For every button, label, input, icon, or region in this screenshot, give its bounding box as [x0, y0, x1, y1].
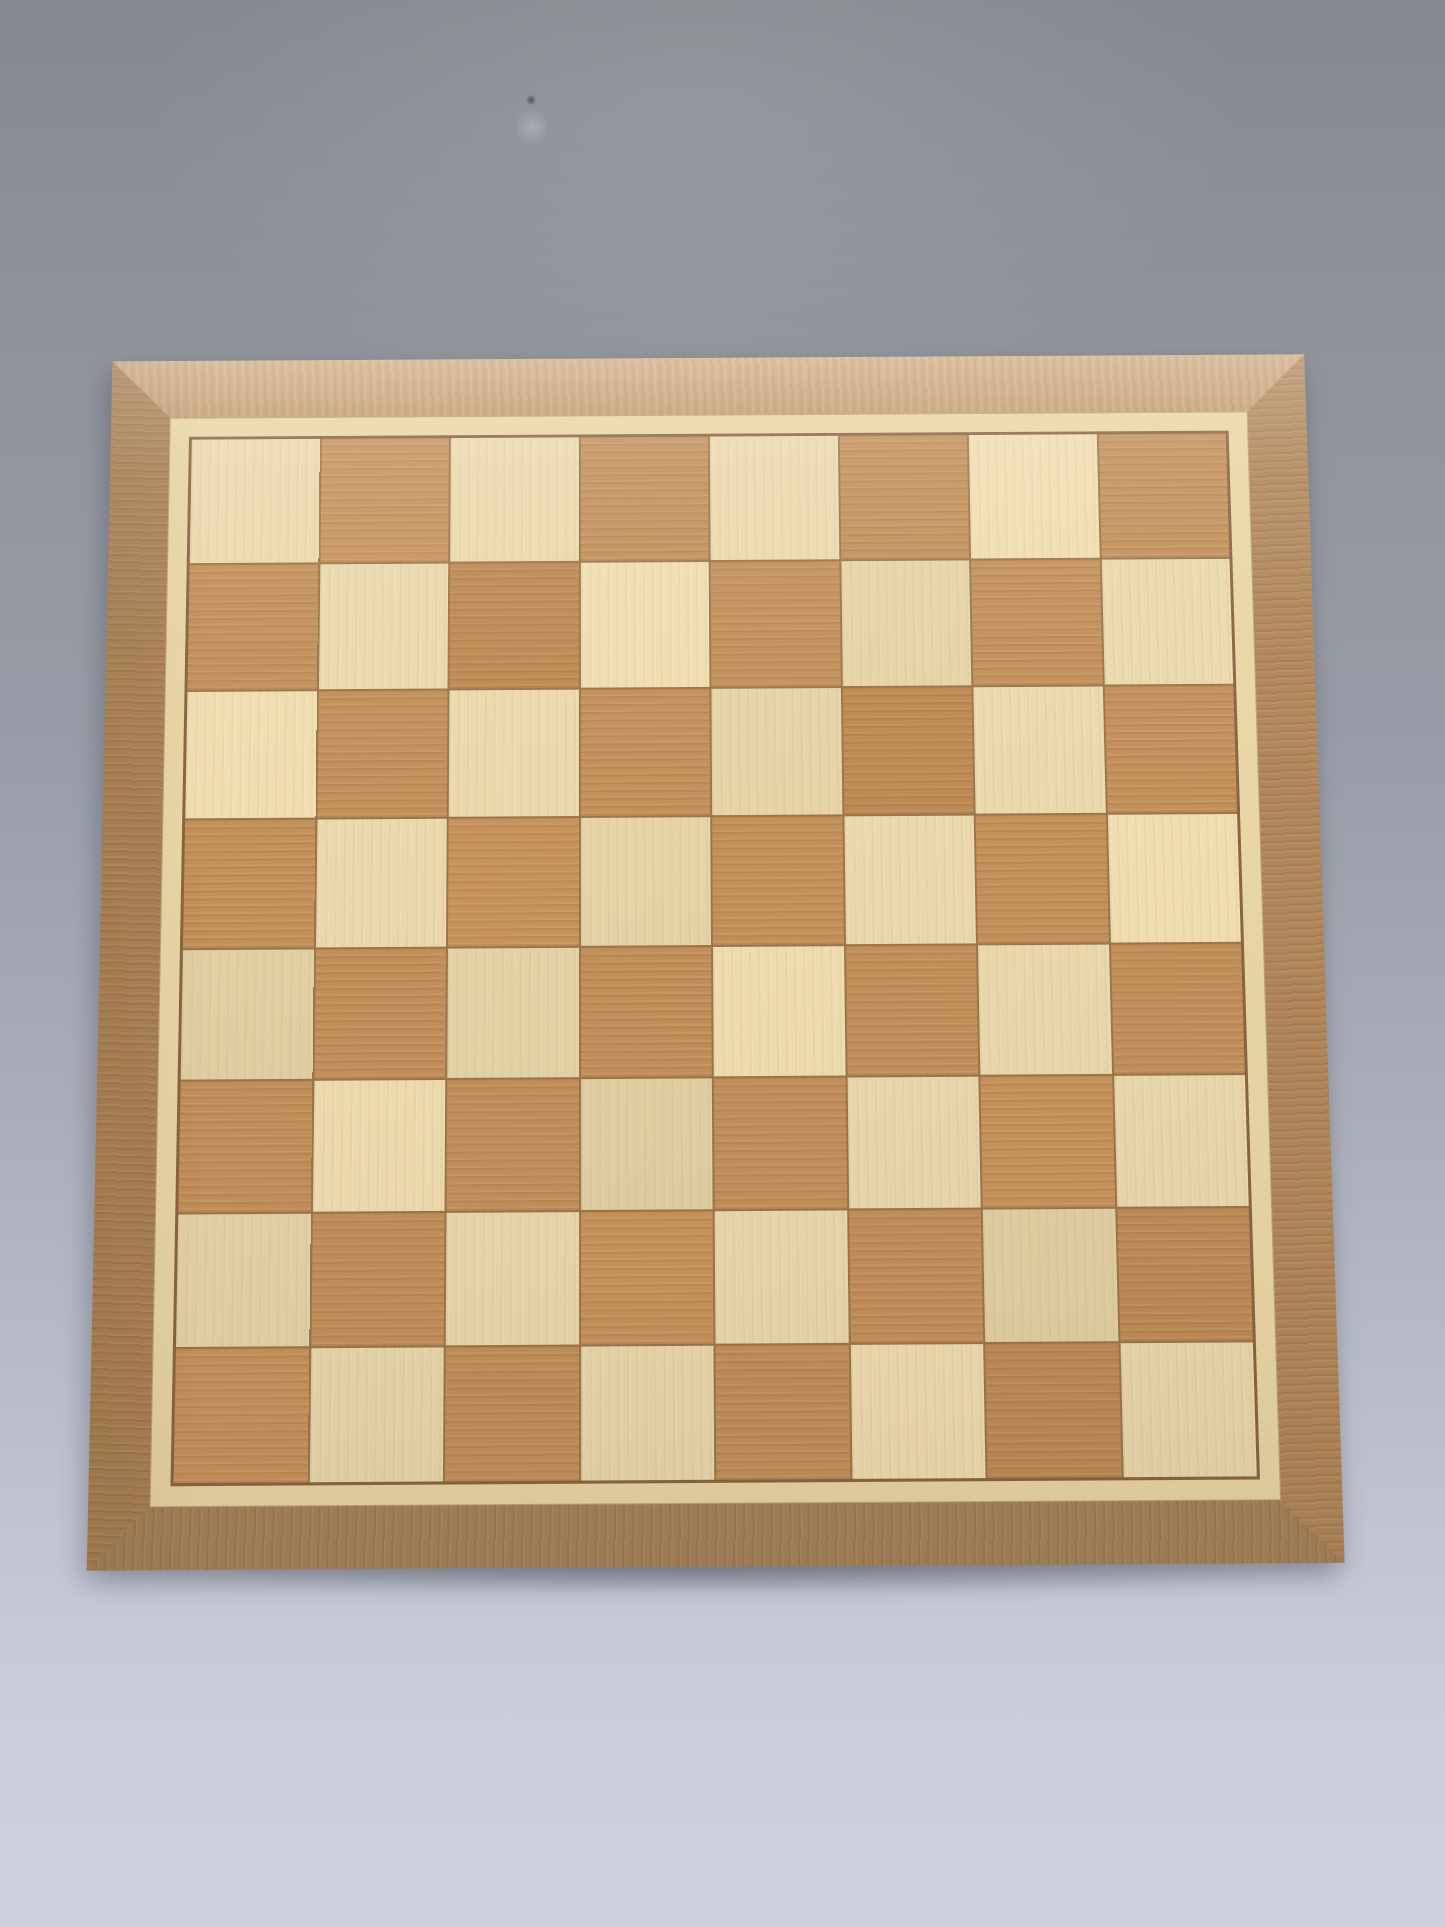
- square-a2[interactable]: [176, 1214, 310, 1347]
- square-d1[interactable]: [581, 1346, 715, 1481]
- square-g3[interactable]: [980, 1076, 1114, 1208]
- square-g6[interactable]: [973, 686, 1105, 813]
- square-f4[interactable]: [846, 945, 979, 1075]
- square-b2[interactable]: [311, 1213, 445, 1346]
- square-d5[interactable]: [580, 817, 711, 946]
- square-e3[interactable]: [714, 1078, 847, 1210]
- square-e1[interactable]: [715, 1345, 849, 1480]
- square-f3[interactable]: [847, 1077, 981, 1209]
- square-e4[interactable]: [713, 946, 845, 1076]
- square-a4[interactable]: [181, 949, 314, 1079]
- square-b3[interactable]: [312, 1080, 445, 1212]
- square-h4[interactable]: [1110, 944, 1244, 1074]
- square-f1[interactable]: [850, 1344, 985, 1479]
- square-d3[interactable]: [581, 1078, 713, 1210]
- square-e5[interactable]: [712, 816, 843, 945]
- square-g4[interactable]: [978, 945, 1112, 1075]
- wall-blemish: [526, 94, 536, 106]
- square-e2[interactable]: [715, 1210, 849, 1343]
- square-a5[interactable]: [183, 820, 315, 949]
- square-h8[interactable]: [1098, 433, 1229, 557]
- chess-board: [87, 354, 1345, 1570]
- square-c4[interactable]: [447, 948, 578, 1078]
- square-c5[interactable]: [448, 818, 579, 947]
- square-g1[interactable]: [985, 1343, 1121, 1478]
- square-g2[interactable]: [983, 1209, 1118, 1342]
- square-g8[interactable]: [969, 434, 1099, 558]
- square-f7[interactable]: [841, 560, 971, 686]
- square-a8[interactable]: [190, 439, 320, 563]
- square-h6[interactable]: [1104, 686, 1237, 813]
- square-e8[interactable]: [710, 436, 839, 560]
- square-d6[interactable]: [580, 689, 710, 816]
- square-b5[interactable]: [315, 819, 446, 948]
- square-g7[interactable]: [971, 560, 1102, 686]
- square-g5[interactable]: [976, 815, 1109, 944]
- square-h1[interactable]: [1120, 1342, 1257, 1477]
- square-d8[interactable]: [580, 437, 708, 561]
- square-b7[interactable]: [318, 564, 448, 690]
- square-d4[interactable]: [580, 947, 711, 1077]
- square-d2[interactable]: [581, 1211, 714, 1344]
- square-c1[interactable]: [445, 1347, 579, 1482]
- square-c6[interactable]: [449, 690, 579, 817]
- square-c7[interactable]: [449, 563, 578, 689]
- square-a1[interactable]: [174, 1348, 309, 1483]
- square-h3[interactable]: [1114, 1075, 1249, 1207]
- square-f2[interactable]: [849, 1210, 983, 1343]
- square-e6[interactable]: [711, 688, 842, 815]
- square-f6[interactable]: [842, 687, 973, 814]
- photo-scene: [0, 0, 1445, 1927]
- square-h2[interactable]: [1117, 1208, 1253, 1341]
- board-frame-bottom: [87, 1500, 1345, 1571]
- square-a7[interactable]: [187, 564, 317, 690]
- square-e7[interactable]: [711, 561, 841, 687]
- square-h7[interactable]: [1101, 559, 1233, 685]
- square-c2[interactable]: [446, 1212, 579, 1345]
- board-grid: [170, 431, 1260, 1487]
- square-b4[interactable]: [314, 949, 446, 1079]
- square-c8[interactable]: [450, 437, 578, 561]
- board-frame-top: [111, 354, 1306, 418]
- square-f5[interactable]: [844, 816, 976, 945]
- square-b8[interactable]: [320, 438, 449, 562]
- square-f8[interactable]: [839, 435, 969, 559]
- square-c3[interactable]: [446, 1079, 578, 1211]
- square-b6[interactable]: [317, 690, 447, 817]
- square-h5[interactable]: [1107, 814, 1241, 943]
- square-b1[interactable]: [309, 1347, 443, 1482]
- square-d7[interactable]: [580, 562, 709, 688]
- square-a3[interactable]: [178, 1081, 312, 1213]
- square-a6[interactable]: [185, 691, 316, 818]
